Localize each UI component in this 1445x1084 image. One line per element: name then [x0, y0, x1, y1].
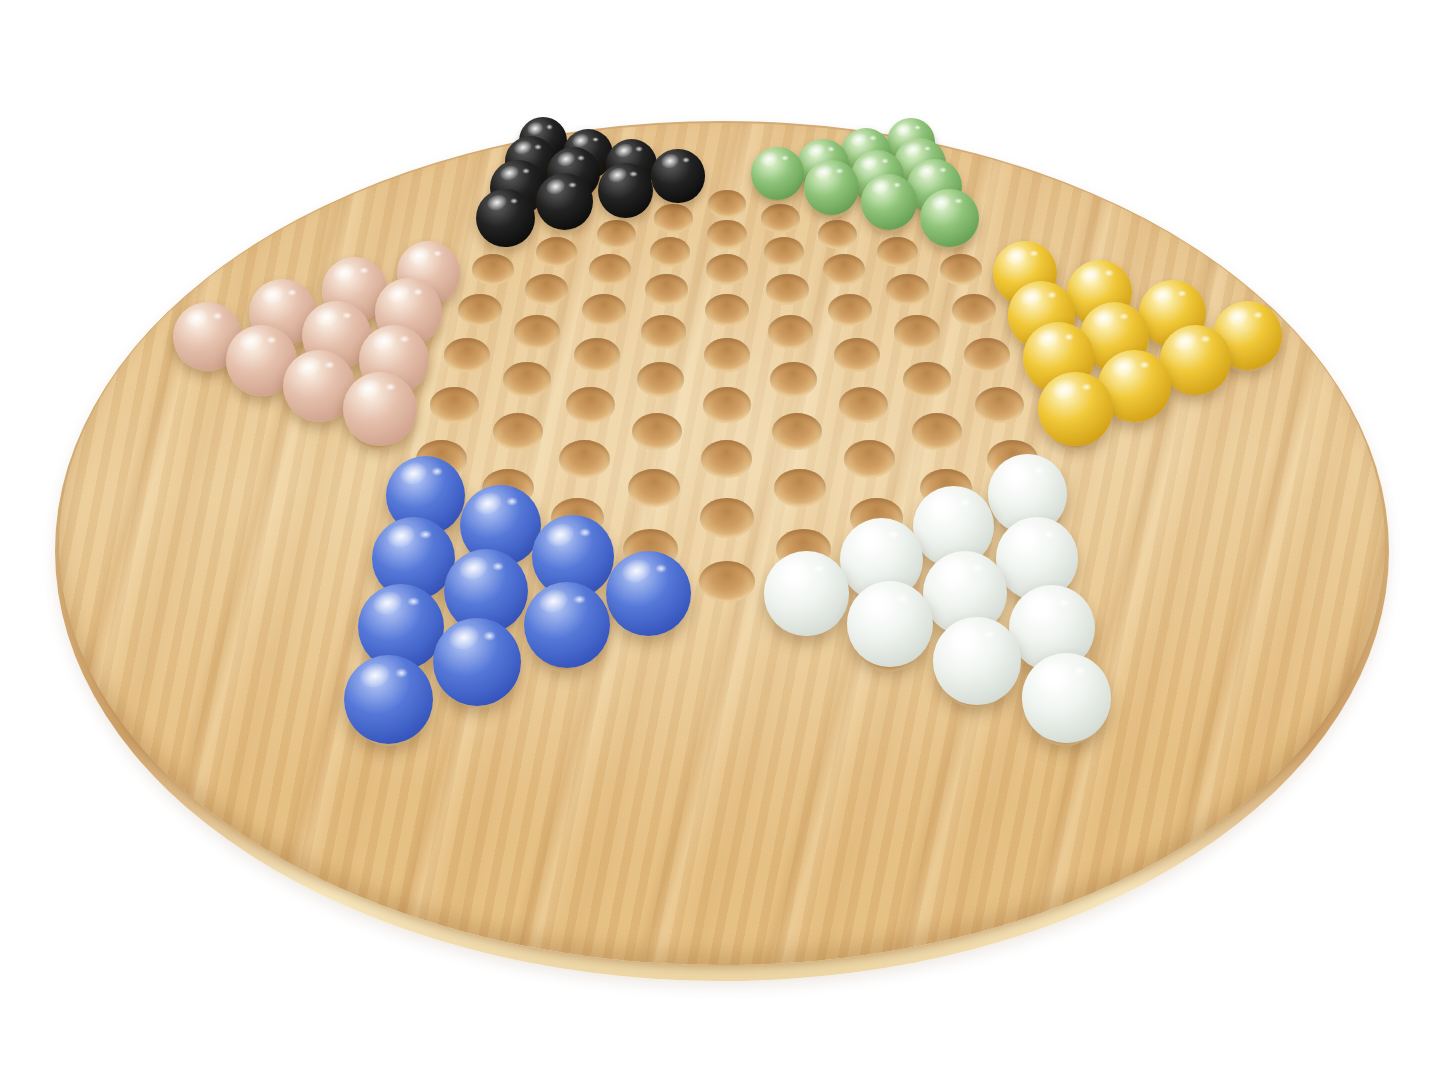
hole[interactable]	[654, 204, 692, 233]
marble-blue[interactable]	[524, 582, 610, 668]
marble-blue[interactable]	[433, 618, 521, 706]
hole[interactable]	[844, 440, 895, 478]
hole[interactable]	[650, 237, 691, 267]
marble-white[interactable]	[933, 617, 1021, 705]
hole[interactable]	[764, 237, 805, 267]
hole[interactable]	[582, 294, 626, 327]
hole[interactable]	[766, 274, 809, 306]
marble-black[interactable]	[536, 173, 593, 230]
hole[interactable]	[894, 315, 939, 349]
board-rim	[55, 121, 1389, 981]
hole[interactable]	[699, 561, 755, 602]
hole[interactable]	[503, 362, 551, 397]
hole[interactable]	[912, 413, 962, 450]
hole[interactable]	[700, 498, 754, 538]
hole[interactable]	[493, 413, 543, 450]
hole[interactable]	[975, 387, 1024, 423]
hole[interactable]	[770, 362, 818, 397]
marble-white[interactable]	[847, 581, 933, 667]
hole[interactable]	[761, 204, 799, 233]
marble-black[interactable]	[598, 163, 653, 218]
marble-white[interactable]	[1022, 653, 1112, 743]
hole[interactable]	[703, 387, 752, 423]
hole[interactable]	[514, 315, 559, 349]
hole[interactable]	[632, 413, 682, 450]
hole[interactable]	[818, 220, 858, 249]
marble-blue[interactable]	[606, 551, 691, 636]
hole[interactable]	[701, 440, 752, 478]
marble-pink[interactable]	[343, 372, 417, 446]
marble-yellow[interactable]	[1160, 325, 1231, 396]
hole[interactable]	[430, 387, 479, 423]
marble-black[interactable]	[651, 149, 705, 203]
hole[interactable]	[628, 469, 680, 508]
hole[interactable]	[886, 274, 929, 306]
hole[interactable]	[559, 440, 610, 478]
hole[interactable]	[834, 338, 881, 373]
marble-yellow[interactable]	[1038, 372, 1112, 446]
hole[interactable]	[774, 469, 826, 508]
hole[interactable]	[536, 237, 577, 267]
scene	[0, 0, 1445, 1084]
board-surface	[59, 123, 1385, 965]
marble-green[interactable]	[920, 189, 979, 248]
hole[interactable]	[839, 387, 888, 423]
hole[interactable]	[772, 413, 822, 450]
marble-green[interactable]	[804, 160, 859, 215]
hole[interactable]	[708, 190, 745, 218]
marble-green[interactable]	[751, 147, 805, 201]
hole[interactable]	[768, 315, 813, 349]
hole[interactable]	[707, 220, 747, 249]
hole[interactable]	[641, 315, 686, 349]
marble-white[interactable]	[764, 551, 849, 636]
hole[interactable]	[566, 387, 615, 423]
marble-black[interactable]	[476, 189, 535, 248]
hole[interactable]	[637, 362, 685, 397]
hole[interactable]	[964, 338, 1011, 373]
hole[interactable]	[877, 237, 918, 267]
hole[interactable]	[903, 362, 951, 397]
hole[interactable]	[952, 294, 996, 327]
